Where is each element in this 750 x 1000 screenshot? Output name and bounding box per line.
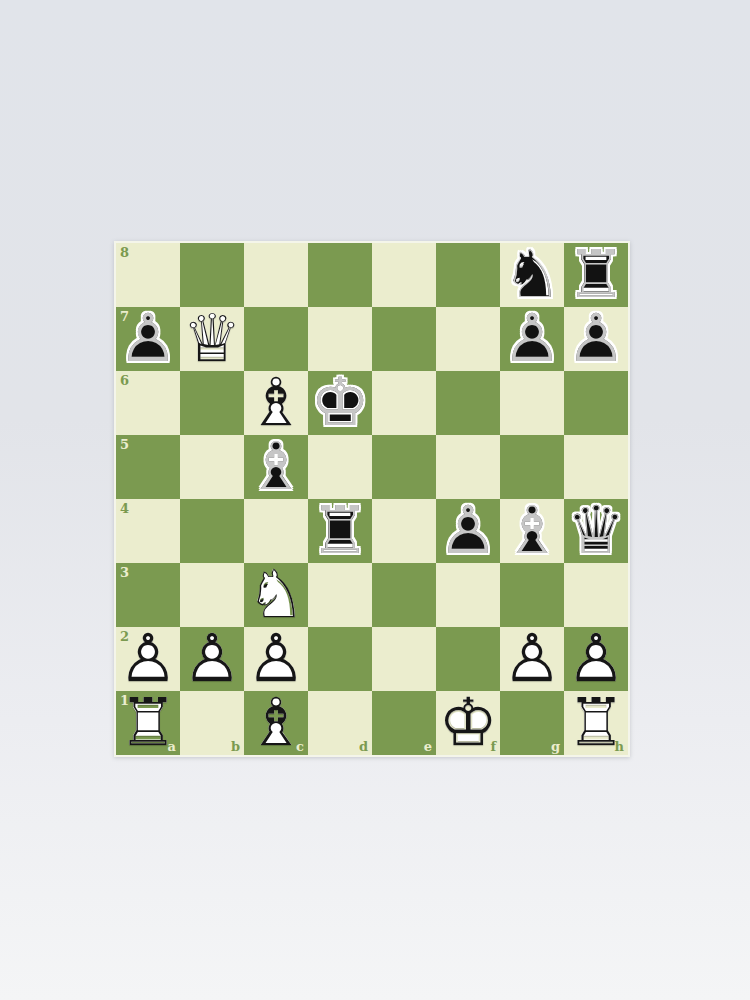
piece-fill-glyph: ♟	[564, 627, 628, 691]
piece-fill-glyph: ♜	[308, 499, 372, 563]
square-g7: ♟♙	[500, 307, 564, 371]
piece-outline-glyph: ♖	[564, 691, 628, 755]
piece-outline-glyph: ♙	[500, 627, 564, 691]
square-a3: 3	[116, 563, 180, 627]
square-b6	[180, 371, 244, 435]
piece-fill-glyph: ♛	[180, 307, 244, 371]
piece-outline-glyph: ♖	[116, 691, 180, 755]
piece-fill-glyph: ♜	[564, 243, 628, 307]
square-f4: ♟♙	[436, 499, 500, 563]
rank-label-3: 3	[120, 566, 129, 579]
square-g1: g	[500, 691, 564, 755]
poster-wall-background: 8♞♘♜♖7♟♙♛♕♟♙♟♙6♝♗♚♔5♝♗4♜♖♟♙♝♗♛♕3♞♘2♟♙♟♙♟…	[0, 0, 750, 1000]
piece-outline-glyph: ♖	[564, 243, 628, 307]
white-bishop-piece: ♝♗	[244, 691, 308, 755]
piece-outline-glyph: ♔	[436, 691, 500, 755]
board-grid: 8♞♘♜♖7♟♙♛♕♟♙♟♙6♝♗♚♔5♝♗4♜♖♟♙♝♗♛♕3♞♘2♟♙♟♙♟…	[116, 243, 628, 755]
piece-outline-glyph: ♙	[564, 307, 628, 371]
piece-outline-glyph: ♘	[500, 243, 564, 307]
piece-outline-glyph: ♙	[244, 627, 308, 691]
piece-fill-glyph: ♞	[500, 243, 564, 307]
square-h5	[564, 435, 628, 499]
piece-fill-glyph: ♟	[116, 627, 180, 691]
rank-label-8: 8	[120, 246, 129, 259]
piece-fill-glyph: ♟	[116, 307, 180, 371]
black-pawn-piece: ♟♙	[436, 499, 500, 563]
square-e3	[372, 563, 436, 627]
white-queen-piece: ♛♕	[180, 307, 244, 371]
black-pawn-piece: ♟♙	[116, 307, 180, 371]
square-a5: 5	[116, 435, 180, 499]
file-label-b: b	[231, 740, 240, 753]
piece-outline-glyph: ♕	[180, 307, 244, 371]
black-bishop-piece: ♝♗	[244, 435, 308, 499]
piece-fill-glyph: ♚	[436, 691, 500, 755]
square-c6: ♝♗	[244, 371, 308, 435]
black-bishop-piece: ♝♗	[500, 499, 564, 563]
square-d6: ♚♔	[308, 371, 372, 435]
rank-label-4: 4	[120, 502, 129, 515]
white-rook-piece: ♜♖	[564, 691, 628, 755]
square-b7: ♛♕	[180, 307, 244, 371]
square-d1: d	[308, 691, 372, 755]
square-g3	[500, 563, 564, 627]
black-rook-piece: ♜♖	[308, 499, 372, 563]
file-label-d: d	[359, 740, 368, 753]
square-g5	[500, 435, 564, 499]
white-bishop-piece: ♝♗	[244, 371, 308, 435]
square-f7	[436, 307, 500, 371]
square-e4	[372, 499, 436, 563]
square-g2: ♟♙	[500, 627, 564, 691]
square-c2: ♟♙	[244, 627, 308, 691]
piece-fill-glyph: ♚	[308, 371, 372, 435]
piece-outline-glyph: ♙	[564, 627, 628, 691]
chess-board: 8♞♘♜♖7♟♙♛♕♟♙♟♙6♝♗♚♔5♝♗4♜♖♟♙♝♗♛♕3♞♘2♟♙♟♙♟…	[114, 241, 630, 757]
square-f1: f♚♔	[436, 691, 500, 755]
square-f2	[436, 627, 500, 691]
file-label-e: e	[424, 740, 432, 753]
square-b1: b	[180, 691, 244, 755]
square-c7	[244, 307, 308, 371]
piece-fill-glyph: ♜	[116, 691, 180, 755]
black-king-piece: ♚♔	[308, 371, 372, 435]
white-knight-piece: ♞♘	[244, 563, 308, 627]
piece-outline-glyph: ♖	[308, 499, 372, 563]
square-h3	[564, 563, 628, 627]
white-pawn-piece: ♟♙	[180, 627, 244, 691]
square-b3	[180, 563, 244, 627]
piece-fill-glyph: ♝	[244, 435, 308, 499]
piece-outline-glyph: ♘	[244, 563, 308, 627]
square-e8	[372, 243, 436, 307]
square-d4: ♜♖	[308, 499, 372, 563]
square-g8: ♞♘	[500, 243, 564, 307]
square-h8: ♜♖	[564, 243, 628, 307]
piece-fill-glyph: ♟	[500, 307, 564, 371]
piece-outline-glyph: ♔	[308, 371, 372, 435]
black-knight-piece: ♞♘	[500, 243, 564, 307]
square-e2	[372, 627, 436, 691]
piece-fill-glyph: ♟	[180, 627, 244, 691]
square-a1: 1a♜♖	[116, 691, 180, 755]
piece-outline-glyph: ♙	[116, 627, 180, 691]
square-d8	[308, 243, 372, 307]
piece-fill-glyph: ♝	[244, 691, 308, 755]
piece-outline-glyph: ♙	[436, 499, 500, 563]
piece-fill-glyph: ♟	[500, 627, 564, 691]
square-d2	[308, 627, 372, 691]
square-b4	[180, 499, 244, 563]
piece-fill-glyph: ♟	[436, 499, 500, 563]
square-b5	[180, 435, 244, 499]
square-c3: ♞♘	[244, 563, 308, 627]
square-e7	[372, 307, 436, 371]
black-rook-piece: ♜♖	[564, 243, 628, 307]
piece-fill-glyph: ♟	[564, 307, 628, 371]
square-f8	[436, 243, 500, 307]
square-h1: h♜♖	[564, 691, 628, 755]
square-a8: 8	[116, 243, 180, 307]
file-label-g: g	[551, 740, 560, 753]
square-d5	[308, 435, 372, 499]
piece-outline-glyph: ♗	[500, 499, 564, 563]
piece-outline-glyph: ♗	[244, 371, 308, 435]
square-d3	[308, 563, 372, 627]
rank-label-5: 5	[120, 438, 129, 451]
white-pawn-piece: ♟♙	[116, 627, 180, 691]
square-f6	[436, 371, 500, 435]
square-h7: ♟♙	[564, 307, 628, 371]
white-king-piece: ♚♔	[436, 691, 500, 755]
square-h4: ♛♕	[564, 499, 628, 563]
square-h6	[564, 371, 628, 435]
piece-outline-glyph: ♗	[244, 691, 308, 755]
square-e6	[372, 371, 436, 435]
square-c5: ♝♗	[244, 435, 308, 499]
square-b2: ♟♙	[180, 627, 244, 691]
square-f5	[436, 435, 500, 499]
square-g6	[500, 371, 564, 435]
square-a2: 2♟♙	[116, 627, 180, 691]
square-a7: 7♟♙	[116, 307, 180, 371]
square-a4: 4	[116, 499, 180, 563]
white-rook-piece: ♜♖	[116, 691, 180, 755]
square-e1: e	[372, 691, 436, 755]
white-pawn-piece: ♟♙	[564, 627, 628, 691]
square-h2: ♟♙	[564, 627, 628, 691]
piece-fill-glyph: ♞	[244, 563, 308, 627]
square-g4: ♝♗	[500, 499, 564, 563]
piece-outline-glyph: ♕	[564, 499, 628, 563]
piece-outline-glyph: ♙	[500, 307, 564, 371]
white-pawn-piece: ♟♙	[500, 627, 564, 691]
piece-outline-glyph: ♗	[244, 435, 308, 499]
piece-fill-glyph: ♜	[564, 691, 628, 755]
square-c4	[244, 499, 308, 563]
square-f3	[436, 563, 500, 627]
square-a6: 6	[116, 371, 180, 435]
piece-fill-glyph: ♝	[244, 371, 308, 435]
piece-fill-glyph: ♝	[500, 499, 564, 563]
piece-outline-glyph: ♙	[180, 627, 244, 691]
square-c1: c♝♗	[244, 691, 308, 755]
square-e5	[372, 435, 436, 499]
white-pawn-piece: ♟♙	[244, 627, 308, 691]
square-b8	[180, 243, 244, 307]
piece-fill-glyph: ♛	[564, 499, 628, 563]
black-pawn-piece: ♟♙	[564, 307, 628, 371]
square-c8	[244, 243, 308, 307]
piece-outline-glyph: ♙	[116, 307, 180, 371]
piece-fill-glyph: ♟	[244, 627, 308, 691]
black-queen-piece: ♛♕	[564, 499, 628, 563]
rank-label-6: 6	[120, 374, 129, 387]
square-d7	[308, 307, 372, 371]
black-pawn-piece: ♟♙	[500, 307, 564, 371]
